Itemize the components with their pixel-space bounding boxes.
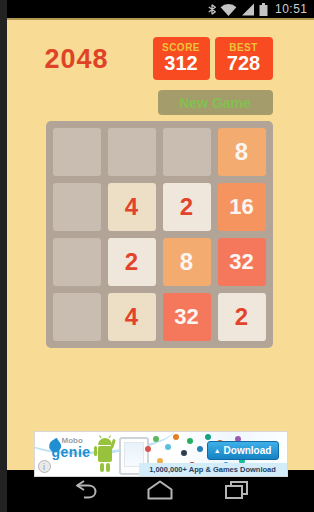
- empty-cell: [53, 183, 101, 231]
- tile-16: 16: [218, 183, 266, 231]
- download-label: Download: [224, 445, 272, 456]
- empty-cell: [53, 238, 101, 286]
- tile-4: 4: [108, 293, 156, 341]
- empty-cell: [163, 128, 211, 176]
- ad-brand-word2: genie: [52, 445, 91, 459]
- signal-icon: [241, 3, 255, 16]
- empty-cell: [53, 128, 101, 176]
- ad-info-icon[interactable]: i: [38, 460, 51, 473]
- empty-cell: [108, 128, 156, 176]
- tile-8: 8: [163, 238, 211, 286]
- new-game-button[interactable]: New Game: [158, 90, 273, 115]
- tile-8: 8: [218, 128, 266, 176]
- ad-download-button[interactable]: ▲ Download: [207, 441, 279, 460]
- game-screen: 2048 SCORE 312 BEST 728 New Game 8421628…: [7, 22, 314, 470]
- wifi-icon: [220, 3, 237, 16]
- best-value: 728: [227, 53, 260, 74]
- tile-2: 2: [163, 183, 211, 231]
- phone-screen: 10:51 2048 SCORE 312 BEST 728 New Game 8…: [7, 0, 314, 512]
- page-title: 2048: [45, 44, 109, 75]
- score-box: SCORE 312: [153, 37, 210, 80]
- best-box: BEST 728: [215, 37, 273, 80]
- status-time: 10:51: [275, 2, 308, 16]
- board[interactable]: 8421628324322: [46, 121, 273, 348]
- home-icon[interactable]: [147, 480, 173, 503]
- tile-4: 4: [108, 183, 156, 231]
- tile-32: 32: [163, 293, 211, 341]
- recents-icon[interactable]: [223, 480, 249, 503]
- bluetooth-icon: [208, 3, 216, 16]
- ad-caption: 1,000,000+ App & Games Download: [139, 463, 287, 476]
- ad-brand-logo: Mobo genie: [52, 437, 91, 459]
- score-value: 312: [164, 53, 197, 74]
- status-bar: 10:51: [7, 0, 314, 20]
- android-robot-icon: [92, 435, 118, 477]
- empty-cell: [53, 293, 101, 341]
- tile-2: 2: [108, 238, 156, 286]
- back-icon[interactable]: [71, 480, 98, 503]
- download-arrow-icon: ▲: [214, 447, 221, 454]
- tile-32: 32: [218, 238, 266, 286]
- ad-banner[interactable]: Mobo genie ▲ Download 1,000,000+ App & G…: [34, 431, 288, 477]
- tile-2: 2: [218, 293, 266, 341]
- battery-icon: [259, 3, 268, 16]
